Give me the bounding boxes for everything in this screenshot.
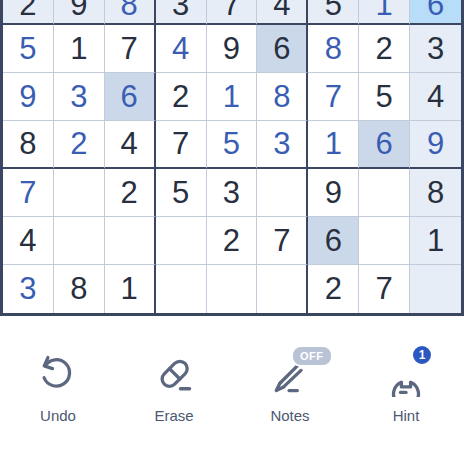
cell-r4c4[interactable]: 4 (156, 25, 207, 73)
cell-r6c9[interactable]: 9 (410, 121, 461, 169)
cell-r7c3[interactable]: 2 (105, 169, 156, 217)
cell-r5c8[interactable]: 5 (359, 73, 410, 121)
sudoku-app-page: 2983745165174968239362187548247531697253… (0, 0, 464, 464)
undo-button[interactable]: Undo (13, 353, 103, 424)
cell-r4c8[interactable]: 2 (359, 25, 410, 73)
cell-r7c5[interactable]: 3 (207, 169, 258, 217)
cell-r3c9[interactable]: 6 (410, 0, 461, 25)
cell-r6c3[interactable]: 4 (105, 121, 156, 169)
cell-r4c2[interactable]: 1 (54, 25, 105, 73)
cell-r8c8[interactable] (359, 217, 410, 265)
cell-r5c4[interactable]: 2 (156, 73, 207, 121)
cell-r5c7[interactable]: 7 (308, 73, 359, 121)
cell-r6c6[interactable]: 3 (257, 121, 308, 169)
cell-r9c3[interactable]: 1 (105, 265, 156, 313)
cell-r4c7[interactable]: 8 (308, 25, 359, 73)
cell-r8c2[interactable] (54, 217, 105, 265)
cell-r7c6[interactable] (257, 169, 308, 217)
hint-count-badge: 1 (411, 344, 433, 366)
undo-label: Undo (40, 407, 76, 424)
cell-r4c9[interactable]: 3 (410, 25, 461, 73)
cell-r3c1[interactable]: 2 (3, 0, 54, 25)
cell-r3c8[interactable]: 1 (359, 0, 410, 25)
cell-r9c2[interactable]: 8 (54, 265, 105, 313)
cell-r7c9[interactable]: 8 (410, 169, 461, 217)
cell-r8c7[interactable]: 6 (308, 217, 359, 265)
cell-r3c4[interactable]: 3 (156, 0, 207, 25)
cell-r5c3[interactable]: 6 (105, 73, 156, 121)
hint-label: Hint (393, 407, 420, 424)
cell-r3c5[interactable]: 7 (207, 0, 258, 25)
cell-r5c5[interactable]: 1 (207, 73, 258, 121)
eraser-icon (152, 353, 196, 397)
cell-r4c5[interactable]: 9 (207, 25, 258, 73)
hint-button[interactable]: 1 Hint (361, 353, 451, 424)
cell-r3c7[interactable]: 5 (308, 0, 359, 25)
cell-r4c1[interactable]: 5 (3, 25, 54, 73)
cell-r3c3[interactable]: 8 (105, 0, 156, 25)
toolbar: Undo Erase (0, 353, 464, 424)
cell-r5c6[interactable]: 8 (257, 73, 308, 121)
cell-r4c6[interactable]: 6 (257, 25, 308, 73)
cell-r3c2[interactable]: 9 (54, 0, 105, 25)
cell-r4c3[interactable]: 7 (105, 25, 156, 73)
cell-r9c8[interactable]: 7 (359, 265, 410, 313)
erase-button[interactable]: Erase (129, 353, 219, 424)
cell-r8c1[interactable]: 4 (3, 217, 54, 265)
notes-button[interactable]: OFF Notes (245, 353, 335, 424)
cell-r6c8[interactable]: 6 (359, 121, 410, 169)
cell-r9c1[interactable]: 3 (3, 265, 54, 313)
cell-r8c3[interactable] (105, 217, 156, 265)
cell-r9c4[interactable] (156, 265, 207, 313)
sudoku-grid: 2983745165174968239362187548247531697253… (0, 0, 464, 316)
cell-r7c8[interactable] (359, 169, 410, 217)
cell-r9c9[interactable] (410, 265, 461, 313)
cell-r9c6[interactable] (257, 265, 308, 313)
cell-r5c9[interactable]: 4 (410, 73, 461, 121)
erase-label: Erase (154, 407, 193, 424)
cell-r6c7[interactable]: 1 (308, 121, 359, 169)
cell-r8c6[interactable]: 7 (257, 217, 308, 265)
notes-off-badge: OFF (291, 345, 333, 367)
cell-r3c6[interactable]: 4 (257, 0, 308, 25)
cell-r5c1[interactable]: 9 (3, 73, 54, 121)
cell-r8c5[interactable]: 2 (207, 217, 258, 265)
cell-r9c5[interactable] (207, 265, 258, 313)
cell-r7c7[interactable]: 9 (308, 169, 359, 217)
cell-r8c4[interactable] (156, 217, 207, 265)
cell-r6c1[interactable]: 8 (3, 121, 54, 169)
cell-r8c9[interactable]: 1 (410, 217, 461, 265)
cell-r7c4[interactable]: 5 (156, 169, 207, 217)
cell-r6c4[interactable]: 7 (156, 121, 207, 169)
cell-r5c2[interactable]: 3 (54, 73, 105, 121)
cell-r7c1[interactable]: 7 (3, 169, 54, 217)
undo-icon (36, 353, 80, 397)
cell-r6c2[interactable]: 2 (54, 121, 105, 169)
cell-r7c2[interactable] (54, 169, 105, 217)
cell-r9c7[interactable]: 2 (308, 265, 359, 313)
notes-label: Notes (270, 407, 309, 424)
cell-r6c5[interactable]: 5 (207, 121, 258, 169)
